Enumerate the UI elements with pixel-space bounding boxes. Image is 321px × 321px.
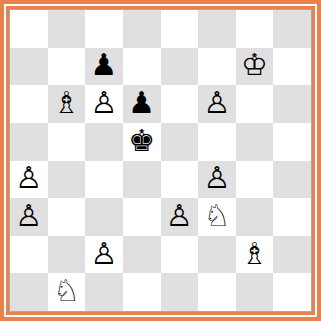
square-g6[interactable]: [236, 85, 274, 123]
square-g8[interactable]: [236, 10, 274, 48]
square-b7[interactable]: [48, 48, 86, 86]
square-g2[interactable]: ♗: [236, 236, 274, 274]
white-bishop: ♗: [241, 239, 268, 269]
square-b5[interactable]: [48, 123, 86, 161]
square-e2[interactable]: [161, 236, 199, 274]
diagram-inner-border: ♟♔♗♙♟♙♚♙♙♙♙♘♙♗♘: [6, 6, 315, 315]
square-g5[interactable]: [236, 123, 274, 161]
square-h5[interactable]: [273, 123, 311, 161]
chess-board: ♟♔♗♙♟♙♚♙♙♙♙♘♙♗♘: [10, 10, 311, 311]
square-b3[interactable]: [48, 198, 86, 236]
square-h1[interactable]: [273, 273, 311, 311]
square-f6[interactable]: ♙: [198, 85, 236, 123]
square-e5[interactable]: [161, 123, 199, 161]
square-c2[interactable]: ♙: [85, 236, 123, 274]
square-g1[interactable]: [236, 273, 274, 311]
square-e6[interactable]: [161, 85, 199, 123]
square-c3[interactable]: [85, 198, 123, 236]
square-h2[interactable]: [273, 236, 311, 274]
square-a3[interactable]: ♙: [10, 198, 48, 236]
black-pawn: ♟: [128, 88, 155, 118]
square-a6[interactable]: [10, 85, 48, 123]
square-d4[interactable]: [123, 161, 161, 199]
square-d2[interactable]: [123, 236, 161, 274]
square-d1[interactable]: [123, 273, 161, 311]
black-king: ♚: [128, 126, 155, 156]
square-h7[interactable]: [273, 48, 311, 86]
square-b1[interactable]: ♘: [48, 273, 86, 311]
square-f4[interactable]: ♙: [198, 161, 236, 199]
square-a8[interactable]: [10, 10, 48, 48]
square-a7[interactable]: [10, 48, 48, 86]
square-d6[interactable]: ♟: [123, 85, 161, 123]
black-pawn: ♟: [91, 50, 118, 80]
white-pawn: ♙: [166, 201, 193, 231]
square-a1[interactable]: [10, 273, 48, 311]
white-knight: ♘: [53, 276, 80, 306]
square-e1[interactable]: [161, 273, 199, 311]
square-f3[interactable]: ♘: [198, 198, 236, 236]
square-a5[interactable]: [10, 123, 48, 161]
square-e8[interactable]: [161, 10, 199, 48]
square-c8[interactable]: [85, 10, 123, 48]
white-king: ♔: [241, 50, 268, 80]
square-h3[interactable]: [273, 198, 311, 236]
square-d8[interactable]: [123, 10, 161, 48]
square-g3[interactable]: [236, 198, 274, 236]
square-c5[interactable]: [85, 123, 123, 161]
square-f5[interactable]: [198, 123, 236, 161]
square-h6[interactable]: [273, 85, 311, 123]
square-a2[interactable]: [10, 236, 48, 274]
square-c6[interactable]: ♙: [85, 85, 123, 123]
square-h8[interactable]: [273, 10, 311, 48]
square-g7[interactable]: ♔: [236, 48, 274, 86]
white-pawn: ♙: [15, 201, 42, 231]
white-bishop: ♗: [53, 88, 80, 118]
square-g4[interactable]: [236, 161, 274, 199]
white-pawn: ♙: [203, 88, 230, 118]
square-f1[interactable]: [198, 273, 236, 311]
square-a4[interactable]: ♙: [10, 161, 48, 199]
square-e7[interactable]: [161, 48, 199, 86]
square-e3[interactable]: ♙: [161, 198, 199, 236]
board-frame: ♟♔♗♙♟♙♚♙♙♙♙♘♙♗♘: [9, 9, 312, 312]
square-d3[interactable]: [123, 198, 161, 236]
square-b8[interactable]: [48, 10, 86, 48]
square-e4[interactable]: [161, 161, 199, 199]
white-pawn: ♙: [15, 163, 42, 193]
square-f7[interactable]: [198, 48, 236, 86]
square-f8[interactable]: [198, 10, 236, 48]
square-f2[interactable]: [198, 236, 236, 274]
chess-diagram: ♟♔♗♙♟♙♚♙♙♙♙♘♙♗♘: [0, 0, 321, 321]
square-d7[interactable]: [123, 48, 161, 86]
square-h4[interactable]: [273, 161, 311, 199]
white-pawn: ♙: [91, 88, 118, 118]
square-c7[interactable]: ♟: [85, 48, 123, 86]
diagram-inner-stripe: ♟♔♗♙♟♙♚♙♙♙♙♘♙♗♘: [4, 4, 317, 317]
square-b6[interactable]: ♗: [48, 85, 86, 123]
white-pawn: ♙: [203, 163, 230, 193]
square-b4[interactable]: [48, 161, 86, 199]
square-c4[interactable]: [85, 161, 123, 199]
square-d5[interactable]: ♚: [123, 123, 161, 161]
white-pawn: ♙: [91, 239, 118, 269]
square-b2[interactable]: [48, 236, 86, 274]
white-knight: ♘: [203, 201, 230, 231]
square-c1[interactable]: [85, 273, 123, 311]
